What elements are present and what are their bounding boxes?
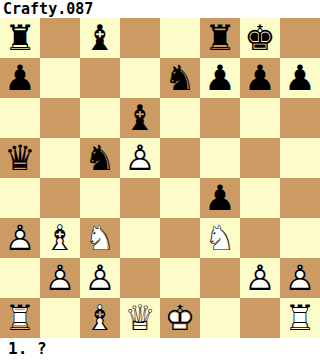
black-king[interactable]: ♚ xyxy=(240,18,280,58)
white-pawn[interactable]: ♟♙ xyxy=(40,258,80,298)
square-b1[interactable] xyxy=(40,298,80,338)
square-c7[interactable] xyxy=(80,58,120,98)
white-piece-outline: ♙ xyxy=(0,218,40,258)
white-piece-outline: ♙ xyxy=(240,258,280,298)
square-d2[interactable] xyxy=(120,258,160,298)
square-h1[interactable]: ♜♖ xyxy=(280,298,320,338)
square-a8[interactable]: ♜ xyxy=(0,18,40,58)
square-f5[interactable] xyxy=(200,138,240,178)
window-title: Crafty.087 xyxy=(0,0,320,18)
square-g8[interactable]: ♚ xyxy=(240,18,280,58)
black-pawn[interactable]: ♟ xyxy=(240,58,280,98)
square-d4[interactable] xyxy=(120,178,160,218)
white-king[interactable]: ♚♔ xyxy=(160,298,200,338)
square-d5[interactable]: ♟♙ xyxy=(120,138,160,178)
square-d3[interactable] xyxy=(120,218,160,258)
white-pawn[interactable]: ♟♙ xyxy=(120,138,160,178)
black-bishop[interactable]: ♝ xyxy=(120,98,160,138)
square-b5[interactable] xyxy=(40,138,80,178)
white-queen[interactable]: ♛♕ xyxy=(120,298,160,338)
black-knight[interactable]: ♞ xyxy=(80,138,120,178)
white-bishop[interactable]: ♝♗ xyxy=(40,218,80,258)
square-c4[interactable] xyxy=(80,178,120,218)
square-e2[interactable] xyxy=(160,258,200,298)
square-c3[interactable]: ♞♘ xyxy=(80,218,120,258)
square-c5[interactable]: ♞ xyxy=(80,138,120,178)
square-g5[interactable] xyxy=(240,138,280,178)
black-pawn[interactable]: ♟ xyxy=(0,58,40,98)
white-pawn[interactable]: ♟♙ xyxy=(280,258,320,298)
white-rook[interactable]: ♜♖ xyxy=(280,298,320,338)
white-piece-outline: ♖ xyxy=(280,298,320,338)
square-a1[interactable]: ♜♖ xyxy=(0,298,40,338)
white-piece-outline: ♘ xyxy=(200,218,240,258)
square-c2[interactable]: ♟♙ xyxy=(80,258,120,298)
square-f3[interactable]: ♞♘ xyxy=(200,218,240,258)
square-a7[interactable]: ♟ xyxy=(0,58,40,98)
square-h6[interactable] xyxy=(280,98,320,138)
square-f1[interactable] xyxy=(200,298,240,338)
black-pawn[interactable]: ♟ xyxy=(200,178,240,218)
square-f4[interactable]: ♟ xyxy=(200,178,240,218)
white-rook[interactable]: ♜♖ xyxy=(0,298,40,338)
square-d8[interactable] xyxy=(120,18,160,58)
chess-board[interactable]: ♜♝♜♚♟♞♟♟♟♝♛♞♟♙♟♟♙♝♗♞♘♞♘♟♙♟♙♟♙♟♙♜♖♝♗♛♕♚♔♜… xyxy=(0,18,320,338)
square-c8[interactable]: ♝ xyxy=(80,18,120,58)
square-e5[interactable] xyxy=(160,138,200,178)
black-bishop[interactable]: ♝ xyxy=(80,18,120,58)
square-e3[interactable] xyxy=(160,218,200,258)
square-b7[interactable] xyxy=(40,58,80,98)
square-d6[interactable]: ♝ xyxy=(120,98,160,138)
square-d7[interactable] xyxy=(120,58,160,98)
black-pawn[interactable]: ♟ xyxy=(280,58,320,98)
square-b8[interactable] xyxy=(40,18,80,58)
square-a3[interactable]: ♟♙ xyxy=(0,218,40,258)
square-f7[interactable]: ♟ xyxy=(200,58,240,98)
white-pawn[interactable]: ♟♙ xyxy=(80,258,120,298)
white-pawn[interactable]: ♟♙ xyxy=(0,218,40,258)
square-h4[interactable] xyxy=(280,178,320,218)
square-b4[interactable] xyxy=(40,178,80,218)
square-e7[interactable]: ♞ xyxy=(160,58,200,98)
white-piece-outline: ♖ xyxy=(0,298,40,338)
move-prompt: 1. ? xyxy=(0,338,320,360)
white-pawn[interactable]: ♟♙ xyxy=(240,258,280,298)
white-knight[interactable]: ♞♘ xyxy=(200,218,240,258)
square-g4[interactable] xyxy=(240,178,280,218)
square-a2[interactable] xyxy=(0,258,40,298)
square-f8[interactable]: ♜ xyxy=(200,18,240,58)
white-piece-outline: ♙ xyxy=(40,258,80,298)
square-a6[interactable] xyxy=(0,98,40,138)
square-c6[interactable] xyxy=(80,98,120,138)
square-e8[interactable] xyxy=(160,18,200,58)
white-piece-outline: ♗ xyxy=(40,218,80,258)
square-h8[interactable] xyxy=(280,18,320,58)
square-e4[interactable] xyxy=(160,178,200,218)
white-bishop[interactable]: ♝♗ xyxy=(80,298,120,338)
white-piece-outline: ♗ xyxy=(80,298,120,338)
square-e1[interactable]: ♚♔ xyxy=(160,298,200,338)
white-piece-outline: ♙ xyxy=(80,258,120,298)
square-h3[interactable] xyxy=(280,218,320,258)
square-f2[interactable] xyxy=(200,258,240,298)
square-d1[interactable]: ♛♕ xyxy=(120,298,160,338)
square-c1[interactable]: ♝♗ xyxy=(80,298,120,338)
square-h7[interactable]: ♟ xyxy=(280,58,320,98)
white-piece-outline: ♕ xyxy=(120,298,160,338)
square-b3[interactable]: ♝♗ xyxy=(40,218,80,258)
black-rook[interactable]: ♜ xyxy=(200,18,240,58)
square-f6[interactable] xyxy=(200,98,240,138)
black-rook[interactable]: ♜ xyxy=(0,18,40,58)
white-piece-outline: ♙ xyxy=(280,258,320,298)
square-h5[interactable] xyxy=(280,138,320,178)
square-b6[interactable] xyxy=(40,98,80,138)
square-g1[interactable] xyxy=(240,298,280,338)
square-g6[interactable] xyxy=(240,98,280,138)
square-g3[interactable] xyxy=(240,218,280,258)
white-knight[interactable]: ♞♘ xyxy=(80,218,120,258)
square-b2[interactable]: ♟♙ xyxy=(40,258,80,298)
square-e6[interactable] xyxy=(160,98,200,138)
square-a5[interactable]: ♛ xyxy=(0,138,40,178)
square-a4[interactable] xyxy=(0,178,40,218)
white-piece-outline: ♘ xyxy=(80,218,120,258)
square-g7[interactable]: ♟ xyxy=(240,58,280,98)
white-piece-outline: ♙ xyxy=(120,138,160,178)
black-queen[interactable]: ♛ xyxy=(0,138,40,178)
white-piece-outline: ♔ xyxy=(160,298,200,338)
black-pawn[interactable]: ♟ xyxy=(200,58,240,98)
black-knight[interactable]: ♞ xyxy=(160,58,200,98)
square-h2[interactable]: ♟♙ xyxy=(280,258,320,298)
square-g2[interactable]: ♟♙ xyxy=(240,258,280,298)
